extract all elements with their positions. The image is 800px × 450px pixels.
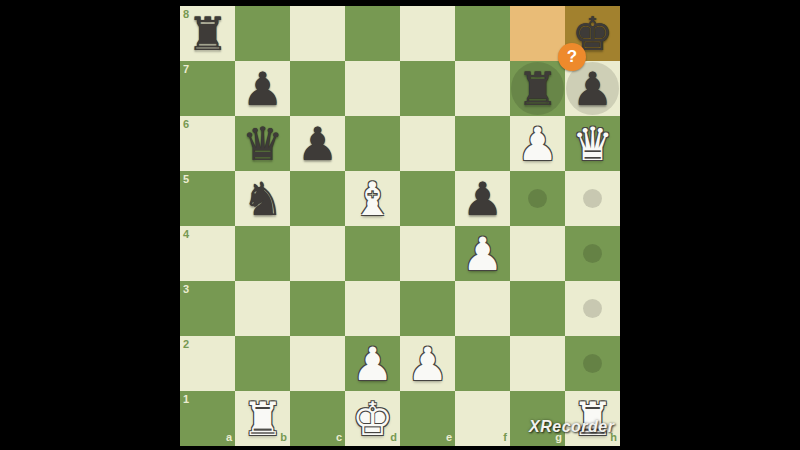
square-d4[interactable]	[345, 226, 400, 281]
black-knight[interactable]: ♞	[235, 171, 290, 226]
square-f4[interactable]: ♟	[455, 226, 510, 281]
square-h6[interactable]: ♛	[565, 116, 620, 171]
white-queen[interactable]: ♛	[565, 116, 620, 171]
square-h2[interactable]	[565, 336, 620, 391]
square-e7[interactable]	[400, 61, 455, 116]
rank-label-7: 7	[183, 64, 189, 75]
square-a8[interactable]: 8♜	[180, 6, 235, 61]
square-e5[interactable]	[400, 171, 455, 226]
square-d1[interactable]: d♚	[345, 391, 400, 446]
square-a2[interactable]: 2	[180, 336, 235, 391]
square-c3[interactable]	[290, 281, 345, 336]
rank-label-8: 8	[183, 9, 189, 20]
square-e8[interactable]	[400, 6, 455, 61]
mistake-badge: ?	[558, 43, 586, 71]
square-c4[interactable]	[290, 226, 345, 281]
square-d8[interactable]	[345, 6, 400, 61]
square-f1[interactable]: f	[455, 391, 510, 446]
square-c7[interactable]	[290, 61, 345, 116]
square-g8[interactable]	[510, 6, 565, 61]
move-dot[interactable]	[583, 354, 602, 373]
black-pawn[interactable]: ♟	[455, 171, 510, 226]
square-e3[interactable]	[400, 281, 455, 336]
move-dot[interactable]	[583, 244, 602, 263]
square-d6[interactable]	[345, 116, 400, 171]
rank-label-6: 6	[183, 119, 189, 130]
square-b6[interactable]: ♛	[235, 116, 290, 171]
square-c2[interactable]	[290, 336, 345, 391]
file-label-f: f	[503, 432, 507, 443]
square-e4[interactable]	[400, 226, 455, 281]
square-h5[interactable]	[565, 171, 620, 226]
square-g5[interactable]	[510, 171, 565, 226]
file-label-b: b	[280, 432, 287, 443]
square-b3[interactable]	[235, 281, 290, 336]
rank-label-1: 1	[183, 394, 189, 405]
rank-label-5: 5	[183, 174, 189, 185]
xrecorder-watermark: XRecorder	[529, 418, 614, 436]
square-g2[interactable]	[510, 336, 565, 391]
square-c5[interactable]	[290, 171, 345, 226]
white-bishop[interactable]: ♝	[345, 171, 400, 226]
square-d3[interactable]	[345, 281, 400, 336]
square-g4[interactable]	[510, 226, 565, 281]
square-c8[interactable]	[290, 6, 345, 61]
square-f6[interactable]	[455, 116, 510, 171]
move-dot[interactable]	[583, 189, 602, 208]
square-a7[interactable]: 7	[180, 61, 235, 116]
square-c6[interactable]: ♟	[290, 116, 345, 171]
square-b7[interactable]: ♟	[235, 61, 290, 116]
square-g7[interactable]: ♜	[510, 61, 565, 116]
square-e2[interactable]: ♟	[400, 336, 455, 391]
square-b1[interactable]: b♜	[235, 391, 290, 446]
square-f5[interactable]: ♟	[455, 171, 510, 226]
black-rook[interactable]: ♜	[510, 61, 565, 116]
black-pawn[interactable]: ♟	[235, 61, 290, 116]
move-dot[interactable]	[583, 299, 602, 318]
chess-board: 8♜♚7♟♜♟6♛♟♟♛5♞♝♟4♟32♟♟1ab♜cd♚efgh♜	[180, 6, 620, 446]
square-b8[interactable]	[235, 6, 290, 61]
square-g3[interactable]	[510, 281, 565, 336]
square-d7[interactable]	[345, 61, 400, 116]
black-queen[interactable]: ♛	[235, 116, 290, 171]
white-pawn[interactable]: ♟	[345, 336, 400, 391]
square-a5[interactable]: 5	[180, 171, 235, 226]
square-f2[interactable]	[455, 336, 510, 391]
square-b2[interactable]	[235, 336, 290, 391]
file-label-c: c	[336, 432, 342, 443]
white-pawn[interactable]: ♟	[455, 226, 510, 281]
square-a3[interactable]: 3	[180, 281, 235, 336]
rank-label-2: 2	[183, 339, 189, 350]
square-b5[interactable]: ♞	[235, 171, 290, 226]
white-pawn[interactable]: ♟	[510, 116, 565, 171]
white-pawn[interactable]: ♟	[400, 336, 455, 391]
move-dot[interactable]	[528, 189, 547, 208]
square-d2[interactable]: ♟	[345, 336, 400, 391]
square-b4[interactable]	[235, 226, 290, 281]
square-h3[interactable]	[565, 281, 620, 336]
square-e1[interactable]: e	[400, 391, 455, 446]
file-label-d: d	[390, 432, 397, 443]
square-c1[interactable]: c	[290, 391, 345, 446]
screen: 8♜♚7♟♜♟6♛♟♟♛5♞♝♟4♟32♟♟1ab♜cd♚efgh♜ ? XRe…	[0, 0, 800, 450]
square-h4[interactable]	[565, 226, 620, 281]
square-e6[interactable]	[400, 116, 455, 171]
rank-label-4: 4	[183, 229, 189, 240]
square-a4[interactable]: 4	[180, 226, 235, 281]
file-label-a: a	[226, 432, 232, 443]
rank-label-3: 3	[183, 284, 189, 295]
black-pawn[interactable]: ♟	[290, 116, 345, 171]
square-a6[interactable]: 6	[180, 116, 235, 171]
square-f3[interactable]	[455, 281, 510, 336]
square-f8[interactable]	[455, 6, 510, 61]
square-a1[interactable]: 1a	[180, 391, 235, 446]
square-d5[interactable]: ♝	[345, 171, 400, 226]
square-f7[interactable]	[455, 61, 510, 116]
square-g6[interactable]: ♟	[510, 116, 565, 171]
file-label-e: e	[446, 432, 452, 443]
